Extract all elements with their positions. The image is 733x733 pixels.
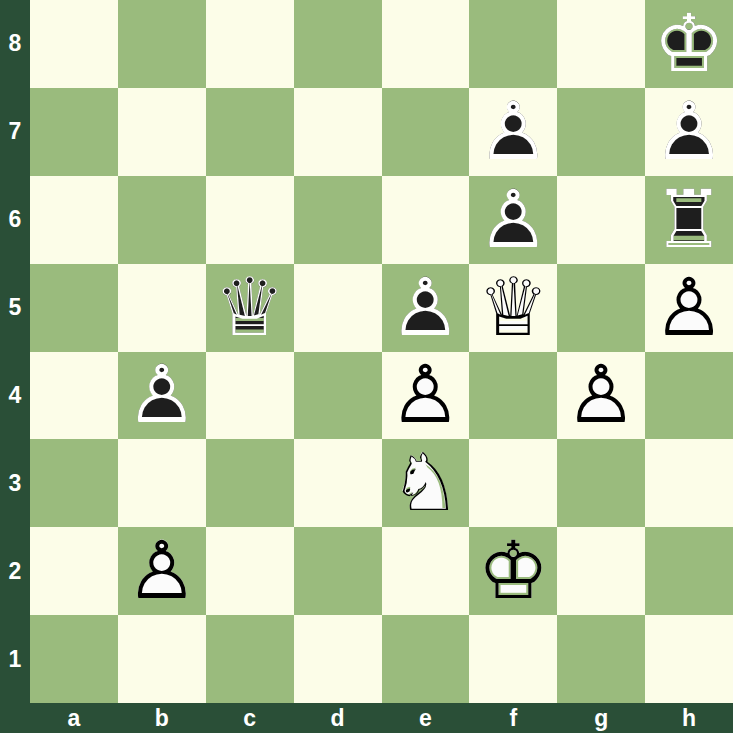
white-pawn-glyph-fill: ♟ — [118, 527, 206, 615]
white-pawn-glyph-fill: ♟ — [557, 352, 645, 440]
square-f1[interactable] — [469, 615, 557, 703]
file-label-b: b — [118, 703, 206, 733]
black-pawn-glyph-outline: ♙ — [382, 264, 470, 352]
square-h3[interactable] — [645, 439, 733, 527]
white-king-glyph-outline: ♔ — [469, 527, 557, 615]
square-d5[interactable] — [294, 264, 382, 352]
file-label-h: h — [645, 703, 733, 733]
rank-label-1: 1 — [0, 615, 30, 703]
square-f4[interactable] — [469, 352, 557, 440]
black-pawn[interactable]: ♟♙ — [469, 176, 557, 264]
square-a4[interactable] — [30, 352, 118, 440]
white-pawn[interactable]: ♟♙ — [557, 352, 645, 440]
black-pawn-glyph-outline: ♙ — [118, 352, 206, 440]
square-f6[interactable]: ♟♙ — [469, 176, 557, 264]
white-king[interactable]: ♚♔ — [469, 527, 557, 615]
square-h4[interactable] — [645, 352, 733, 440]
white-pawn-glyph-fill: ♟ — [382, 352, 470, 440]
square-b3[interactable] — [118, 439, 206, 527]
square-f7[interactable]: ♟♙ — [469, 88, 557, 176]
black-queen-glyph-fill: ♛ — [206, 264, 294, 352]
rank-label-5: 5 — [0, 264, 30, 352]
black-pawn-glyph-outline: ♙ — [645, 88, 733, 176]
square-d8[interactable] — [294, 0, 382, 88]
square-e5[interactable]: ♟♙ — [382, 264, 470, 352]
black-pawn-glyph-fill: ♟ — [645, 88, 733, 176]
screenshot-stage: 8♚♔7♟♙♟♙6♟♙♜♖5♛♕♟♙♛♕♟♙4♟♙♟♙♟♙3♞♘2♟♙♚♔1ab… — [0, 0, 733, 733]
black-king[interactable]: ♚♔ — [645, 0, 733, 88]
file-label-c: c — [206, 703, 294, 733]
chess-board: 8♚♔7♟♙♟♙6♟♙♜♖5♛♕♟♙♛♕♟♙4♟♙♟♙♟♙3♞♘2♟♙♚♔1ab… — [0, 0, 733, 733]
square-h7[interactable]: ♟♙ — [645, 88, 733, 176]
square-a3[interactable] — [30, 439, 118, 527]
square-a1[interactable] — [30, 615, 118, 703]
square-c8[interactable] — [206, 0, 294, 88]
square-h8[interactable]: ♚♔ — [645, 0, 733, 88]
square-a6[interactable] — [30, 176, 118, 264]
rank-label-7: 7 — [0, 88, 30, 176]
black-pawn-glyph-fill: ♟ — [382, 264, 470, 352]
square-d2[interactable] — [294, 527, 382, 615]
square-b4[interactable]: ♟♙ — [118, 352, 206, 440]
square-a8[interactable] — [30, 0, 118, 88]
black-queen-glyph-outline: ♕ — [206, 264, 294, 352]
black-pawn-glyph-fill: ♟ — [469, 88, 557, 176]
square-f3[interactable] — [469, 439, 557, 527]
square-c4[interactable] — [206, 352, 294, 440]
white-pawn-glyph-outline: ♙ — [557, 352, 645, 440]
square-h5[interactable]: ♟♙ — [645, 264, 733, 352]
square-d3[interactable] — [294, 439, 382, 527]
square-g4[interactable]: ♟♙ — [557, 352, 645, 440]
square-g3[interactable] — [557, 439, 645, 527]
square-e8[interactable] — [382, 0, 470, 88]
white-king-glyph-fill: ♚ — [469, 527, 557, 615]
rank-label-2: 2 — [0, 527, 30, 615]
square-e4[interactable]: ♟♙ — [382, 352, 470, 440]
square-c6[interactable] — [206, 176, 294, 264]
board-corner — [0, 703, 30, 733]
file-label-f: f — [469, 703, 557, 733]
white-queen-glyph-outline: ♕ — [469, 264, 557, 352]
square-g5[interactable] — [557, 264, 645, 352]
black-pawn[interactable]: ♟♙ — [118, 352, 206, 440]
black-rook-glyph-fill: ♜ — [645, 176, 733, 264]
black-pawn-glyph-outline: ♙ — [469, 176, 557, 264]
square-c7[interactable] — [206, 88, 294, 176]
white-pawn-glyph-fill: ♟ — [645, 264, 733, 352]
white-queen-glyph-fill: ♛ — [469, 264, 557, 352]
black-king-glyph-outline: ♔ — [645, 0, 733, 88]
square-g8[interactable] — [557, 0, 645, 88]
black-pawn[interactable]: ♟♙ — [382, 264, 470, 352]
black-pawn[interactable]: ♟♙ — [645, 88, 733, 176]
white-pawn[interactable]: ♟♙ — [645, 264, 733, 352]
black-pawn[interactable]: ♟♙ — [469, 88, 557, 176]
square-f2[interactable]: ♚♔ — [469, 527, 557, 615]
square-b8[interactable] — [118, 0, 206, 88]
square-b6[interactable] — [118, 176, 206, 264]
square-e3[interactable]: ♞♘ — [382, 439, 470, 527]
white-knight-glyph-fill: ♞ — [382, 439, 470, 527]
white-knight-glyph-outline: ♘ — [382, 439, 470, 527]
square-g6[interactable] — [557, 176, 645, 264]
square-c5[interactable]: ♛♕ — [206, 264, 294, 352]
square-a7[interactable] — [30, 88, 118, 176]
black-pawn-glyph-fill: ♟ — [469, 176, 557, 264]
file-label-e: e — [382, 703, 470, 733]
square-g2[interactable] — [557, 527, 645, 615]
square-e6[interactable] — [382, 176, 470, 264]
square-e2[interactable] — [382, 527, 470, 615]
white-queen[interactable]: ♛♕ — [469, 264, 557, 352]
rank-label-3: 3 — [0, 439, 30, 527]
white-pawn[interactable]: ♟♙ — [382, 352, 470, 440]
black-queen[interactable]: ♛♕ — [206, 264, 294, 352]
black-pawn-glyph-fill: ♟ — [118, 352, 206, 440]
square-b5[interactable] — [118, 264, 206, 352]
rank-label-4: 4 — [0, 352, 30, 440]
white-pawn[interactable]: ♟♙ — [118, 527, 206, 615]
square-e7[interactable] — [382, 88, 470, 176]
white-pawn-glyph-outline: ♙ — [118, 527, 206, 615]
square-a5[interactable] — [30, 264, 118, 352]
black-pawn-glyph-outline: ♙ — [469, 88, 557, 176]
square-g1[interactable] — [557, 615, 645, 703]
square-d4[interactable] — [294, 352, 382, 440]
black-rook-glyph-outline: ♖ — [645, 176, 733, 264]
file-label-g: g — [557, 703, 645, 733]
square-g7[interactable] — [557, 88, 645, 176]
rank-label-6: 6 — [0, 176, 30, 264]
file-label-a: a — [30, 703, 118, 733]
square-c2[interactable] — [206, 527, 294, 615]
square-c1[interactable] — [206, 615, 294, 703]
square-f5[interactable]: ♛♕ — [469, 264, 557, 352]
square-b1[interactable] — [118, 615, 206, 703]
black-rook[interactable]: ♜♖ — [645, 176, 733, 264]
square-h1[interactable] — [645, 615, 733, 703]
square-d7[interactable] — [294, 88, 382, 176]
square-f8[interactable] — [469, 0, 557, 88]
white-pawn-glyph-outline: ♙ — [645, 264, 733, 352]
white-pawn-glyph-outline: ♙ — [382, 352, 470, 440]
file-label-d: d — [294, 703, 382, 733]
square-b7[interactable] — [118, 88, 206, 176]
square-c3[interactable] — [206, 439, 294, 527]
square-h2[interactable] — [645, 527, 733, 615]
square-h6[interactable]: ♜♖ — [645, 176, 733, 264]
square-e1[interactable] — [382, 615, 470, 703]
black-king-glyph-fill: ♚ — [645, 0, 733, 88]
square-d6[interactable] — [294, 176, 382, 264]
rank-label-8: 8 — [0, 0, 30, 88]
square-d1[interactable] — [294, 615, 382, 703]
white-knight[interactable]: ♞♘ — [382, 439, 470, 527]
square-a2[interactable] — [30, 527, 118, 615]
square-b2[interactable]: ♟♙ — [118, 527, 206, 615]
